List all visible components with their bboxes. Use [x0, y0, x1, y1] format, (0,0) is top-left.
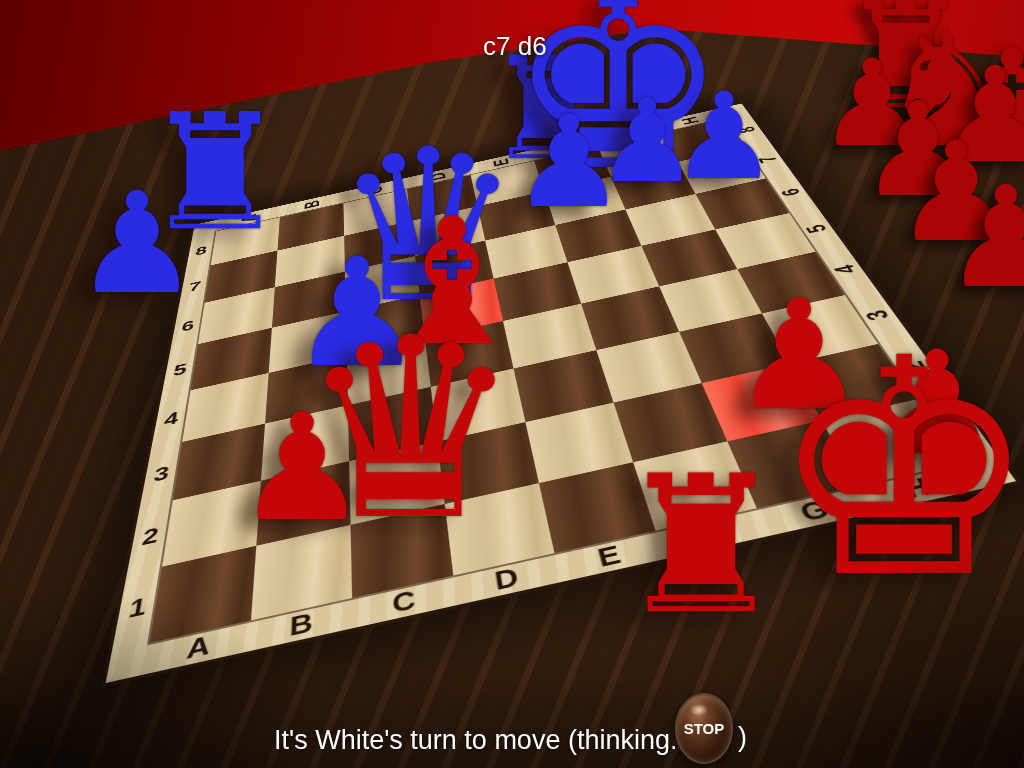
status-suffix: )	[738, 722, 747, 753]
last-move-text: c7 d6	[483, 31, 547, 62]
stop-button[interactable]: STOP	[675, 693, 733, 764]
captured-red-pawn: ♟	[936, 168, 1024, 308]
piece-black-pawn-a7[interactable]: ♟	[67, 174, 207, 314]
piece-white-pawn-b3[interactable]: ♟	[228, 394, 376, 542]
status-text: It's White's turn to move (thinking...	[274, 725, 692, 756]
piece-white-rook-e1[interactable]: ♜	[606, 451, 796, 641]
